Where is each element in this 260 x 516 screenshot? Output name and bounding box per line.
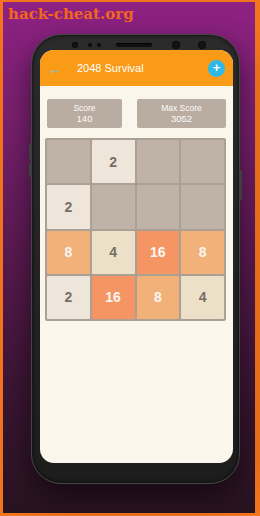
watermark-text: hack-cheat.org [8, 5, 134, 23]
tile-8: 8 [47, 231, 90, 274]
max-score-value: 3052 [171, 114, 192, 124]
tile-8: 8 [137, 276, 180, 319]
camera-dot-icon [172, 41, 180, 49]
app-screen: ← 2048 Survival + Score 140 Max Score 30… [40, 50, 233, 463]
phone-mockup: ← 2048 Survival + Score 140 Max Score 30… [31, 34, 240, 484]
add-button[interactable]: + [208, 60, 225, 77]
empty-cell [137, 140, 180, 183]
tile-8: 8 [181, 231, 224, 274]
score-label: Score [73, 104, 95, 113]
tile-16: 16 [137, 231, 180, 274]
sensor-dot-icon [97, 43, 101, 47]
max-score-label: Max Score [161, 104, 202, 113]
score-panel: Score 140 Max Score 3052 [47, 99, 226, 128]
volume-down-button [29, 162, 32, 177]
max-score-box: Max Score 3052 [137, 99, 226, 128]
front-camera-icon [72, 42, 78, 48]
power-button [239, 170, 242, 200]
board-grid[interactable]: 228416821684 [45, 138, 226, 321]
back-arrow-icon[interactable]: ← [48, 61, 66, 76]
tile-2: 2 [47, 185, 90, 228]
camera-dot-icon [198, 41, 206, 49]
score-value: 140 [77, 114, 93, 124]
app-header: ← 2048 Survival + [40, 50, 233, 86]
volume-up-button [29, 143, 32, 160]
empty-cell [92, 185, 135, 228]
tile-16: 16 [92, 276, 135, 319]
empty-cell [47, 140, 90, 183]
tile-2: 2 [47, 276, 90, 319]
earpiece-speaker [116, 43, 152, 47]
tile-4: 4 [92, 231, 135, 274]
score-box: Score 140 [47, 99, 122, 128]
page-background: hack-cheat.org ← 2048 Survival + Score 1… [0, 0, 260, 516]
empty-cell [137, 185, 180, 228]
tile-2: 2 [92, 140, 135, 183]
app-title: 2048 Survival [77, 62, 144, 74]
sensor-dot-icon [88, 43, 92, 47]
tile-4: 4 [181, 276, 224, 319]
empty-cell [181, 140, 224, 183]
empty-cell [181, 185, 224, 228]
